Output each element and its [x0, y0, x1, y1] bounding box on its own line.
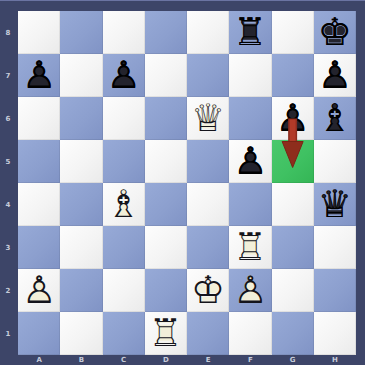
file-label-f: F	[240, 355, 260, 365]
square-f7[interactable]	[229, 54, 271, 97]
white-king-glyph-outline: ♔	[187, 268, 229, 311]
black-queen[interactable]: ♛♕	[314, 183, 356, 226]
square-g5[interactable]	[272, 140, 314, 183]
rank-label-8: 8	[1, 28, 15, 38]
black-pawn[interactable]: ♟♙	[314, 54, 356, 97]
square-f2[interactable]: ♟♙	[229, 269, 271, 312]
square-g1[interactable]	[272, 312, 314, 355]
square-d1[interactable]: ♜♖	[145, 312, 187, 355]
rank-label-7: 7	[1, 71, 15, 81]
white-rook-glyph-outline: ♖	[229, 225, 271, 268]
black-bishop-glyph-outline: ♗	[314, 96, 356, 139]
black-pawn-glyph-outline: ♙	[229, 139, 271, 182]
square-f3[interactable]: ♜♖	[229, 226, 271, 269]
square-a4[interactable]	[18, 183, 60, 226]
square-c7[interactable]: ♟♙	[103, 54, 145, 97]
square-d3[interactable]	[145, 226, 187, 269]
black-pawn[interactable]: ♟♙	[272, 97, 314, 140]
square-b6[interactable]	[60, 97, 102, 140]
square-c4[interactable]: ♝♗	[103, 183, 145, 226]
square-e2[interactable]: ♚♔	[187, 269, 229, 312]
white-queen[interactable]: ♛♕	[187, 97, 229, 140]
white-bishop-glyph-outline: ♗	[103, 182, 145, 225]
square-h1[interactable]	[314, 312, 356, 355]
square-b8[interactable]	[60, 11, 102, 54]
file-label-a: A	[29, 355, 49, 365]
white-rook[interactable]: ♜♖	[145, 312, 187, 355]
white-pawn[interactable]: ♟♙	[229, 269, 271, 312]
white-bishop[interactable]: ♝♗	[103, 183, 145, 226]
file-label-c: C	[114, 355, 134, 365]
square-a6[interactable]	[18, 97, 60, 140]
square-c5[interactable]	[103, 140, 145, 183]
file-label-g: G	[283, 355, 303, 365]
black-queen-glyph-outline: ♕	[314, 182, 356, 225]
square-c8[interactable]	[103, 11, 145, 54]
rank-label-3: 3	[1, 243, 15, 253]
black-pawn[interactable]: ♟♙	[229, 140, 271, 183]
black-king-glyph-outline: ♔	[314, 10, 356, 53]
square-c3[interactable]	[103, 226, 145, 269]
square-f6[interactable]	[229, 97, 271, 140]
black-pawn[interactable]: ♟♙	[103, 54, 145, 97]
white-pawn[interactable]: ♟♙	[18, 269, 60, 312]
square-c2[interactable]	[103, 269, 145, 312]
square-d5[interactable]	[145, 140, 187, 183]
square-a7[interactable]: ♟♙	[18, 54, 60, 97]
square-g2[interactable]	[272, 269, 314, 312]
square-h7[interactable]: ♟♙	[314, 54, 356, 97]
square-b2[interactable]	[60, 269, 102, 312]
square-b5[interactable]	[60, 140, 102, 183]
square-c1[interactable]	[103, 312, 145, 355]
file-label-h: H	[325, 355, 345, 365]
square-e4[interactable]	[187, 183, 229, 226]
white-queen-glyph-outline: ♕	[187, 96, 229, 139]
rank-label-4: 4	[1, 200, 15, 210]
square-d4[interactable]	[145, 183, 187, 226]
square-b4[interactable]	[60, 183, 102, 226]
square-f8[interactable]: ♜♖	[229, 11, 271, 54]
square-d7[interactable]	[145, 54, 187, 97]
square-h3[interactable]	[314, 226, 356, 269]
square-d8[interactable]	[145, 11, 187, 54]
chess-app-window: 87654321 ♜♖♚♔♟♙♟♙♟♙♛♕♟♙♝♗♟♙♝♗♛♕♜♖♟♙♚♔♟♙♜…	[0, 0, 365, 365]
square-h6[interactable]: ♝♗	[314, 97, 356, 140]
square-d6[interactable]	[145, 97, 187, 140]
square-e1[interactable]	[187, 312, 229, 355]
square-c6[interactable]	[103, 97, 145, 140]
square-g4[interactable]	[272, 183, 314, 226]
black-bishop[interactable]: ♝♗	[314, 97, 356, 140]
file-label-e: E	[198, 355, 218, 365]
file-label-d: D	[156, 355, 176, 365]
square-h4[interactable]: ♛♕	[314, 183, 356, 226]
rank-label-1: 1	[1, 329, 15, 339]
square-h2[interactable]	[314, 269, 356, 312]
square-f5[interactable]: ♟♙	[229, 140, 271, 183]
square-a1[interactable]	[18, 312, 60, 355]
file-label-b: B	[71, 355, 91, 365]
rank-label-6: 6	[1, 114, 15, 124]
white-king[interactable]: ♚♔	[187, 269, 229, 312]
square-a8[interactable]	[18, 11, 60, 54]
square-e7[interactable]	[187, 54, 229, 97]
square-b1[interactable]	[60, 312, 102, 355]
rank-label-5: 5	[1, 157, 15, 167]
black-pawn[interactable]: ♟♙	[18, 54, 60, 97]
black-pawn-glyph-outline: ♙	[18, 53, 60, 96]
square-f1[interactable]	[229, 312, 271, 355]
chess-board[interactable]: ♜♖♚♔♟♙♟♙♟♙♛♕♟♙♝♗♟♙♝♗♛♕♜♖♟♙♚♔♟♙♜♖	[18, 11, 356, 355]
white-rook[interactable]: ♜♖	[229, 226, 271, 269]
square-d2[interactable]	[145, 269, 187, 312]
square-e5[interactable]	[187, 140, 229, 183]
square-g6[interactable]: ♟♙	[272, 97, 314, 140]
square-a3[interactable]	[18, 226, 60, 269]
square-b3[interactable]	[60, 226, 102, 269]
square-e3[interactable]	[187, 226, 229, 269]
square-e6[interactable]: ♛♕	[187, 97, 229, 140]
square-a5[interactable]	[18, 140, 60, 183]
white-rook-glyph-outline: ♖	[145, 311, 187, 354]
rank-label-2: 2	[1, 286, 15, 296]
square-a2[interactable]: ♟♙	[18, 269, 60, 312]
black-pawn-glyph-outline: ♙	[314, 53, 356, 96]
black-king[interactable]: ♚♔	[314, 11, 356, 54]
white-pawn-glyph-outline: ♙	[18, 268, 60, 311]
white-pawn-glyph-outline: ♙	[229, 268, 271, 311]
square-h5[interactable]	[314, 140, 356, 183]
square-g7[interactable]	[272, 54, 314, 97]
square-b7[interactable]	[60, 54, 102, 97]
black-pawn-glyph-outline: ♙	[103, 53, 145, 96]
square-g8[interactable]	[272, 11, 314, 54]
square-e8[interactable]	[187, 11, 229, 54]
square-h8[interactable]: ♚♔	[314, 11, 356, 54]
square-f4[interactable]	[229, 183, 271, 226]
black-rook-glyph-outline: ♖	[229, 10, 271, 53]
square-g3[interactable]	[272, 226, 314, 269]
black-pawn-glyph-outline: ♙	[272, 96, 314, 139]
black-rook[interactable]: ♜♖	[229, 11, 271, 54]
